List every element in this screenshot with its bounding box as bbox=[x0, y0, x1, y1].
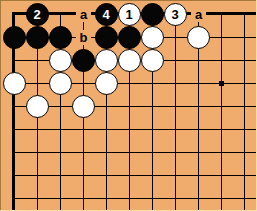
white-stone: 1 bbox=[118, 3, 141, 26]
frame-edge-top bbox=[0, 0, 257, 1]
frame-edge-left bbox=[0, 0, 1, 211]
point-label-a: a bbox=[191, 7, 206, 22]
black-stone: 2 bbox=[26, 3, 49, 26]
grid-line-horizontal bbox=[14, 175, 257, 176]
black-stone bbox=[141, 3, 164, 26]
black-stone bbox=[118, 26, 141, 49]
frame-edge-right bbox=[256, 0, 257, 211]
go-board: aab2413 bbox=[0, 0, 257, 211]
black-stone bbox=[72, 49, 95, 72]
go-diagram: aab2413 bbox=[0, 0, 257, 211]
white-stone bbox=[49, 49, 72, 72]
point-label-a: a bbox=[76, 7, 91, 22]
grid-line-vertical bbox=[244, 14, 245, 211]
point-label-b: b bbox=[76, 30, 91, 45]
black-stone bbox=[26, 26, 49, 49]
grid-line-horizontal bbox=[14, 198, 257, 199]
grid-line-vertical bbox=[175, 14, 176, 211]
move-number: 3 bbox=[171, 8, 178, 21]
move-number: 2 bbox=[33, 8, 40, 21]
black-stone: 4 bbox=[95, 3, 118, 26]
grid-line-horizontal bbox=[14, 129, 257, 130]
white-stone bbox=[49, 72, 72, 95]
grid-line-horizontal bbox=[14, 106, 257, 107]
black-stone bbox=[49, 26, 72, 49]
white-stone: 3 bbox=[164, 3, 187, 26]
white-stone bbox=[26, 95, 49, 118]
grid-line-vertical bbox=[221, 14, 222, 211]
white-stone bbox=[95, 49, 118, 72]
white-stone bbox=[118, 49, 141, 72]
white-stone bbox=[141, 49, 164, 72]
white-stone bbox=[141, 26, 164, 49]
grid-line-horizontal bbox=[14, 152, 257, 153]
white-stone bbox=[187, 26, 210, 49]
hoshi-square-marker bbox=[219, 81, 224, 86]
white-stone bbox=[3, 72, 26, 95]
white-stone bbox=[72, 95, 95, 118]
white-stone bbox=[95, 72, 118, 95]
move-number: 4 bbox=[102, 8, 109, 21]
black-stone bbox=[95, 26, 118, 49]
black-stone bbox=[3, 26, 26, 49]
move-number: 1 bbox=[125, 8, 132, 21]
frame-edge-bottom bbox=[0, 210, 257, 211]
